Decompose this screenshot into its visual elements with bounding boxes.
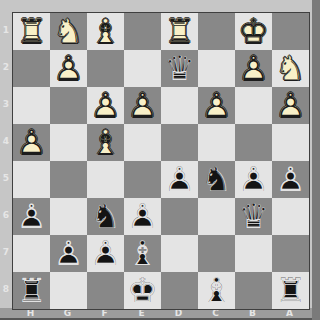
square-c7[interactable] (198, 235, 235, 272)
piece-outline-glyph: ♙ (87, 87, 124, 124)
rank-labels-column: 12345678 (0, 12, 12, 308)
square-a8[interactable]: ♜♖ (272, 272, 309, 309)
chess-diagram-frame: 12345678 HGFEDCBA ♜♖♞♘♝♗♜♖♚♔♟♙♛♕♟♙♞♘♟♙♟♙… (0, 0, 320, 320)
piece-white-king: ♚♔ (235, 13, 272, 50)
piece-outline-glyph: ♘ (87, 198, 124, 235)
piece-outline-glyph: ♙ (13, 198, 50, 235)
square-c6[interactable] (198, 198, 235, 235)
piece-black-knight: ♞♘ (87, 198, 124, 235)
square-c4[interactable] (198, 124, 235, 161)
piece-outline-glyph: ♙ (272, 161, 309, 198)
square-a1[interactable] (272, 13, 309, 50)
piece-outline-glyph: ♖ (13, 272, 50, 309)
piece-black-pawn: ♟♙ (87, 235, 124, 272)
square-a6[interactable] (272, 198, 309, 235)
piece-black-bishop: ♝♗ (198, 272, 235, 309)
square-d3[interactable] (161, 87, 198, 124)
square-h4[interactable]: ♟♙ (13, 124, 50, 161)
piece-outline-glyph: ♖ (13, 13, 50, 50)
piece-black-bishop: ♝♗ (124, 235, 161, 272)
piece-white-bishop: ♝♗ (87, 13, 124, 50)
square-h6[interactable]: ♟♙ (13, 198, 50, 235)
piece-outline-glyph: ♙ (50, 235, 87, 272)
square-b8[interactable] (235, 272, 272, 309)
square-e8[interactable]: ♚♔ (124, 272, 161, 309)
piece-white-pawn: ♟♙ (272, 87, 309, 124)
square-g6[interactable] (50, 198, 87, 235)
square-e1[interactable] (124, 13, 161, 50)
square-c8[interactable]: ♝♗ (198, 272, 235, 309)
square-h2[interactable] (13, 50, 50, 87)
square-f4[interactable]: ♝♗ (87, 124, 124, 161)
piece-black-pawn: ♟♙ (161, 161, 198, 198)
piece-white-pawn: ♟♙ (124, 87, 161, 124)
square-g5[interactable] (50, 161, 87, 198)
right-border-band (312, 0, 320, 320)
rank-label-8: 8 (0, 271, 12, 308)
square-e2[interactable] (124, 50, 161, 87)
piece-outline-glyph: ♙ (87, 235, 124, 272)
square-f8[interactable] (87, 272, 124, 309)
piece-black-pawn: ♟♙ (272, 161, 309, 198)
piece-black-rook: ♜♖ (272, 272, 309, 309)
piece-black-knight: ♞♘ (198, 161, 235, 198)
square-b4[interactable] (235, 124, 272, 161)
square-b6[interactable]: ♛♕ (235, 198, 272, 235)
piece-outline-glyph: ♘ (272, 50, 309, 87)
square-f1[interactable]: ♝♗ (87, 13, 124, 50)
piece-white-knight: ♞♘ (50, 13, 87, 50)
square-d7[interactable] (161, 235, 198, 272)
piece-black-rook: ♜♖ (13, 272, 50, 309)
square-a3[interactable]: ♟♙ (272, 87, 309, 124)
piece-outline-glyph: ♕ (161, 50, 198, 87)
square-c2[interactable] (198, 50, 235, 87)
square-e6[interactable]: ♟♙ (124, 198, 161, 235)
square-h7[interactable] (13, 235, 50, 272)
square-b5[interactable]: ♟♙ (235, 161, 272, 198)
square-e5[interactable] (124, 161, 161, 198)
square-c5[interactable]: ♞♘ (198, 161, 235, 198)
piece-outline-glyph: ♙ (13, 124, 50, 161)
square-d2[interactable]: ♛♕ (161, 50, 198, 87)
piece-black-pawn: ♟♙ (235, 161, 272, 198)
piece-outline-glyph: ♙ (235, 50, 272, 87)
square-f7[interactable]: ♟♙ (87, 235, 124, 272)
square-c3[interactable]: ♟♙ (198, 87, 235, 124)
piece-outline-glyph: ♙ (161, 161, 198, 198)
rank-label-7: 7 (0, 234, 12, 271)
square-h3[interactable] (13, 87, 50, 124)
piece-outline-glyph: ♗ (124, 235, 161, 272)
square-a7[interactable] (272, 235, 309, 272)
square-d4[interactable] (161, 124, 198, 161)
chess-board: ♜♖♞♘♝♗♜♖♚♔♟♙♛♕♟♙♞♘♟♙♟♙♟♙♟♙♟♙♝♗♟♙♞♘♟♙♟♙♟♙… (12, 12, 310, 310)
square-a5[interactable]: ♟♙ (272, 161, 309, 198)
rank-label-1: 1 (0, 12, 12, 49)
piece-outline-glyph: ♙ (124, 198, 161, 235)
piece-outline-glyph: ♗ (87, 13, 124, 50)
piece-outline-glyph: ♙ (124, 87, 161, 124)
square-a4[interactable] (272, 124, 309, 161)
square-a2[interactable]: ♞♘ (272, 50, 309, 87)
piece-white-pawn: ♟♙ (13, 124, 50, 161)
rank-label-2: 2 (0, 49, 12, 86)
square-e3[interactable]: ♟♙ (124, 87, 161, 124)
square-d8[interactable] (161, 272, 198, 309)
square-g8[interactable] (50, 272, 87, 309)
piece-outline-glyph: ♗ (87, 124, 124, 161)
piece-black-queen: ♛♕ (161, 50, 198, 87)
piece-black-queen: ♛♕ (235, 198, 272, 235)
piece-white-knight: ♞♘ (272, 50, 309, 87)
piece-outline-glyph: ♔ (235, 13, 272, 50)
square-e7[interactable]: ♝♗ (124, 235, 161, 272)
piece-white-rook: ♜♖ (13, 13, 50, 50)
piece-outline-glyph: ♕ (235, 198, 272, 235)
piece-black-pawn: ♟♙ (124, 198, 161, 235)
square-c1[interactable] (198, 13, 235, 50)
piece-white-bishop: ♝♗ (87, 124, 124, 161)
square-e4[interactable] (124, 124, 161, 161)
piece-outline-glyph: ♙ (198, 87, 235, 124)
square-f3[interactable]: ♟♙ (87, 87, 124, 124)
square-b1[interactable]: ♚♔ (235, 13, 272, 50)
square-g7[interactable]: ♟♙ (50, 235, 87, 272)
square-h1[interactable]: ♜♖ (13, 13, 50, 50)
square-d1[interactable]: ♜♖ (161, 13, 198, 50)
square-f6[interactable]: ♞♘ (87, 198, 124, 235)
square-g3[interactable] (50, 87, 87, 124)
square-d5[interactable]: ♟♙ (161, 161, 198, 198)
piece-black-pawn: ♟♙ (13, 198, 50, 235)
piece-outline-glyph: ♗ (198, 272, 235, 309)
piece-black-pawn: ♟♙ (50, 235, 87, 272)
piece-outline-glyph: ♘ (50, 13, 87, 50)
rank-label-5: 5 (0, 160, 12, 197)
square-f5[interactable] (87, 161, 124, 198)
piece-outline-glyph: ♙ (235, 161, 272, 198)
square-b3[interactable] (235, 87, 272, 124)
piece-black-king: ♚♔ (124, 272, 161, 309)
rank-label-4: 4 (0, 123, 12, 160)
square-h8[interactable]: ♜♖ (13, 272, 50, 309)
square-d6[interactable] (161, 198, 198, 235)
square-f2[interactable] (87, 50, 124, 87)
piece-outline-glyph: ♔ (124, 272, 161, 309)
square-g4[interactable] (50, 124, 87, 161)
square-g1[interactable]: ♞♘ (50, 13, 87, 50)
square-b2[interactable]: ♟♙ (235, 50, 272, 87)
piece-outline-glyph: ♙ (50, 50, 87, 87)
piece-white-pawn: ♟♙ (235, 50, 272, 87)
piece-outline-glyph: ♙ (272, 87, 309, 124)
piece-white-rook: ♜♖ (161, 13, 198, 50)
square-g2[interactable]: ♟♙ (50, 50, 87, 87)
square-h5[interactable] (13, 161, 50, 198)
piece-outline-glyph: ♘ (198, 161, 235, 198)
piece-white-pawn: ♟♙ (87, 87, 124, 124)
piece-white-pawn: ♟♙ (50, 50, 87, 87)
piece-outline-glyph: ♖ (272, 272, 309, 309)
square-b7[interactable] (235, 235, 272, 272)
rank-label-3: 3 (0, 86, 12, 123)
rank-label-6: 6 (0, 197, 12, 234)
piece-white-pawn: ♟♙ (198, 87, 235, 124)
piece-outline-glyph: ♖ (161, 13, 198, 50)
